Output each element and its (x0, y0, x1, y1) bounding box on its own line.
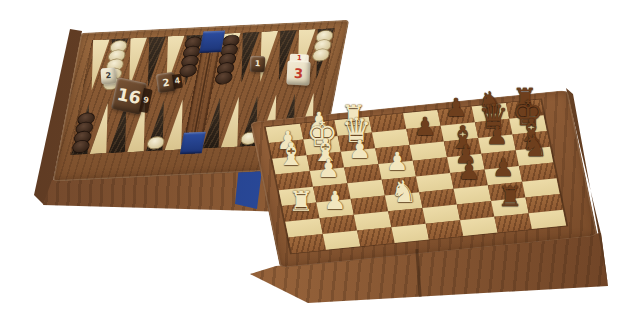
chess-square (494, 213, 532, 232)
die-value: 3 (294, 66, 304, 79)
die: 2 (100, 67, 116, 84)
product-photo-stage: 216924131 ♟♜♟♞♜♟♚♛♟♛♚♝♝♟♝♟♝♟♟♟♞♟♟♜♟♞♜ (0, 0, 640, 331)
chess-square (426, 220, 464, 239)
chess-square (323, 231, 361, 250)
chess-square (357, 227, 395, 246)
chess-square (288, 234, 326, 253)
die-top-value: 1 (290, 54, 309, 63)
chess-square (391, 224, 429, 243)
die: 31 (286, 60, 310, 85)
doubling-cube: 169 (111, 77, 147, 115)
die-value: 2 (105, 72, 111, 80)
die-value: 2 (162, 77, 170, 88)
chess-grid (266, 100, 566, 254)
die-value: 1 (255, 60, 261, 68)
die: 24 (156, 72, 176, 93)
die-value: 16 (116, 85, 143, 107)
die-side-value: 4 (172, 74, 183, 89)
chess-square (460, 217, 498, 236)
chess-square (529, 210, 567, 229)
die: 1 (250, 56, 266, 73)
